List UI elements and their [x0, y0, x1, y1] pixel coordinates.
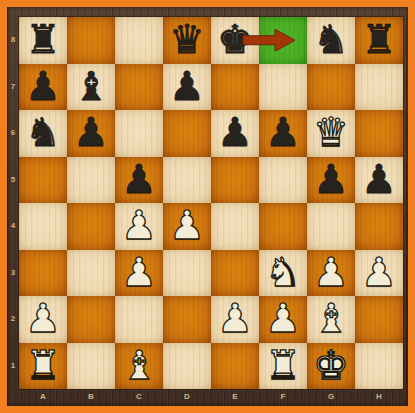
- piece-black-pawn[interactable]: ♟: [115, 157, 163, 204]
- piece-black-rook[interactable]: ♜: [355, 17, 403, 64]
- square-b6[interactable]: ♟: [67, 110, 115, 157]
- square-a7[interactable]: ♟: [19, 64, 67, 111]
- square-b5[interactable]: [67, 157, 115, 204]
- file-labels: ABCDEFGH: [19, 390, 403, 404]
- piece-black-pawn[interactable]: ♟: [19, 64, 67, 111]
- square-c2[interactable]: [115, 296, 163, 343]
- piece-black-rook[interactable]: ♜: [19, 17, 67, 64]
- square-g3[interactable]: ♟: [307, 250, 355, 297]
- square-e7[interactable]: [211, 64, 259, 111]
- square-d4[interactable]: ♟: [163, 203, 211, 250]
- square-h4[interactable]: [355, 203, 403, 250]
- chess-app-frame: 87654321 ♜♛♚♞♜♟♝♟♞♟♟♟♛♟♟♟♟♟♟♞♟♟♟♟♟♝♜♝♜♚ …: [0, 0, 415, 413]
- square-h7[interactable]: [355, 64, 403, 111]
- square-h2[interactable]: [355, 296, 403, 343]
- rank-label-5: 5: [7, 157, 19, 204]
- file-label-g: G: [307, 390, 355, 404]
- rank-label-3: 3: [7, 250, 19, 297]
- piece-black-pawn[interactable]: ♟: [259, 110, 307, 157]
- piece-black-pawn[interactable]: ♟: [307, 157, 355, 204]
- square-f8-highlighted[interactable]: [259, 17, 307, 64]
- square-a6[interactable]: ♞: [19, 110, 67, 157]
- square-e2[interactable]: ♟: [211, 296, 259, 343]
- square-d3[interactable]: [163, 250, 211, 297]
- piece-white-pawn[interactable]: ♟: [259, 296, 307, 343]
- square-b2[interactable]: [67, 296, 115, 343]
- piece-black-bishop[interactable]: ♝: [67, 64, 115, 111]
- square-g8[interactable]: ♞: [307, 17, 355, 64]
- piece-black-pawn[interactable]: ♟: [163, 64, 211, 111]
- piece-white-pawn[interactable]: ♟: [163, 203, 211, 250]
- square-d1[interactable]: [163, 343, 211, 390]
- rank-label-8: 8: [7, 17, 19, 64]
- square-d2[interactable]: [163, 296, 211, 343]
- square-a4[interactable]: [19, 203, 67, 250]
- square-a5[interactable]: [19, 157, 67, 204]
- square-c7[interactable]: [115, 64, 163, 111]
- piece-white-rook[interactable]: ♜: [259, 343, 307, 390]
- piece-white-pawn[interactable]: ♟: [19, 296, 67, 343]
- square-d8[interactable]: ♛: [163, 17, 211, 64]
- square-c8[interactable]: [115, 17, 163, 64]
- rank-label-1: 1: [7, 343, 19, 390]
- square-d7[interactable]: ♟: [163, 64, 211, 111]
- piece-black-pawn[interactable]: ♟: [355, 157, 403, 204]
- piece-white-queen[interactable]: ♛: [307, 110, 355, 157]
- piece-white-pawn[interactable]: ♟: [211, 296, 259, 343]
- square-b8[interactable]: [67, 17, 115, 64]
- square-h1[interactable]: [355, 343, 403, 390]
- piece-white-pawn[interactable]: ♟: [307, 250, 355, 297]
- square-a3[interactable]: [19, 250, 67, 297]
- square-a8[interactable]: ♜: [19, 17, 67, 64]
- square-f4[interactable]: [259, 203, 307, 250]
- rank-label-4: 4: [7, 203, 19, 250]
- square-g6[interactable]: ♛: [307, 110, 355, 157]
- square-c5[interactable]: ♟: [115, 157, 163, 204]
- file-label-h: H: [355, 390, 403, 404]
- piece-white-pawn[interactable]: ♟: [355, 250, 403, 297]
- square-c4[interactable]: ♟: [115, 203, 163, 250]
- file-label-e: E: [211, 390, 259, 404]
- square-g7[interactable]: [307, 64, 355, 111]
- square-f6[interactable]: ♟: [259, 110, 307, 157]
- square-e4[interactable]: [211, 203, 259, 250]
- square-a2[interactable]: ♟: [19, 296, 67, 343]
- rank-label-2: 2: [7, 296, 19, 343]
- square-c1[interactable]: ♝: [115, 343, 163, 390]
- square-g4[interactable]: [307, 203, 355, 250]
- square-e8[interactable]: ♚: [211, 17, 259, 64]
- square-c6[interactable]: [115, 110, 163, 157]
- square-a1[interactable]: ♜: [19, 343, 67, 390]
- square-f1[interactable]: ♜: [259, 343, 307, 390]
- piece-white-bishop[interactable]: ♝: [307, 296, 355, 343]
- file-label-a: A: [19, 390, 67, 404]
- square-e3[interactable]: [211, 250, 259, 297]
- piece-white-knight[interactable]: ♞: [259, 250, 307, 297]
- square-e6[interactable]: ♟: [211, 110, 259, 157]
- piece-black-queen[interactable]: ♛: [163, 17, 211, 64]
- square-g1[interactable]: ♚: [307, 343, 355, 390]
- piece-white-pawn[interactable]: ♟: [115, 250, 163, 297]
- square-b7[interactable]: ♝: [67, 64, 115, 111]
- board-wood-border: 87654321 ♜♛♚♞♜♟♝♟♞♟♟♟♛♟♟♟♟♟♟♞♟♟♟♟♟♝♜♝♜♚ …: [7, 7, 408, 406]
- file-label-f: F: [259, 390, 307, 404]
- piece-black-king[interactable]: ♚: [211, 17, 259, 64]
- square-d5[interactable]: [163, 157, 211, 204]
- square-h5[interactable]: ♟: [355, 157, 403, 204]
- square-h3[interactable]: ♟: [355, 250, 403, 297]
- rank-label-6: 6: [7, 110, 19, 157]
- square-g2[interactable]: ♝: [307, 296, 355, 343]
- piece-white-bishop[interactable]: ♝: [115, 343, 163, 390]
- board: ♜♛♚♞♜♟♝♟♞♟♟♟♛♟♟♟♟♟♟♞♟♟♟♟♟♝♜♝♜♚: [19, 17, 403, 389]
- square-c3[interactable]: ♟: [115, 250, 163, 297]
- square-f7[interactable]: [259, 64, 307, 111]
- square-d6[interactable]: [163, 110, 211, 157]
- piece-white-rook[interactable]: ♜: [19, 343, 67, 390]
- square-b3[interactable]: [67, 250, 115, 297]
- square-b1[interactable]: [67, 343, 115, 390]
- square-h6[interactable]: [355, 110, 403, 157]
- piece-black-knight[interactable]: ♞: [307, 17, 355, 64]
- square-e1[interactable]: [211, 343, 259, 390]
- square-e5[interactable]: [211, 157, 259, 204]
- square-f3[interactable]: ♞: [259, 250, 307, 297]
- rank-labels: 87654321: [7, 17, 19, 389]
- file-label-b: B: [67, 390, 115, 404]
- piece-black-pawn[interactable]: ♟: [211, 110, 259, 157]
- square-f5[interactable]: [259, 157, 307, 204]
- piece-white-king[interactable]: ♚: [307, 343, 355, 390]
- square-f2[interactable]: ♟: [259, 296, 307, 343]
- piece-black-pawn[interactable]: ♟: [67, 110, 115, 157]
- file-label-d: D: [163, 390, 211, 404]
- piece-white-pawn[interactable]: ♟: [115, 203, 163, 250]
- piece-black-knight[interactable]: ♞: [19, 110, 67, 157]
- square-h8[interactable]: ♜: [355, 17, 403, 64]
- rank-label-7: 7: [7, 64, 19, 111]
- file-label-c: C: [115, 390, 163, 404]
- square-g5[interactable]: ♟: [307, 157, 355, 204]
- square-b4[interactable]: [67, 203, 115, 250]
